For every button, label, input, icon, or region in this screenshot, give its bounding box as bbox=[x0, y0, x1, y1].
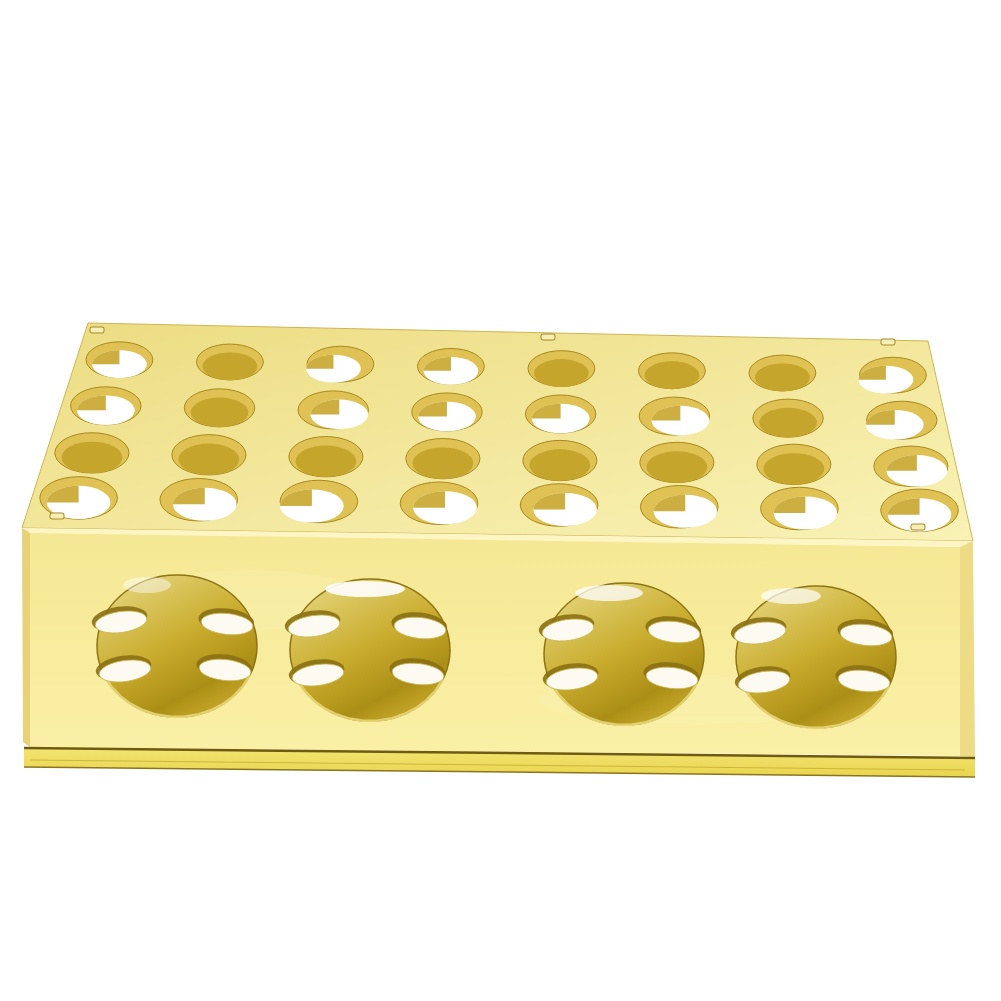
top-hole bbox=[400, 482, 478, 525]
top-hole bbox=[640, 442, 714, 482]
product-photo bbox=[0, 0, 1001, 1001]
top-hole bbox=[520, 484, 598, 526]
top-hole bbox=[761, 487, 839, 530]
top-hole bbox=[749, 355, 816, 391]
top-hole bbox=[280, 480, 358, 523]
top-hole bbox=[71, 387, 141, 425]
corner-mark bbox=[541, 334, 555, 340]
top-hole bbox=[523, 440, 597, 480]
top-hole bbox=[640, 486, 718, 529]
opening-light-glint bbox=[761, 588, 821, 604]
opening-light-glint bbox=[123, 577, 171, 593]
top-hole bbox=[298, 391, 368, 429]
top-hole bbox=[412, 393, 482, 431]
top-hole bbox=[874, 446, 948, 486]
corner-mark bbox=[911, 524, 925, 530]
top-hole bbox=[172, 435, 246, 475]
top-hole bbox=[197, 344, 264, 380]
rack-right-side bbox=[960, 541, 975, 757]
opening-light-glint bbox=[325, 581, 405, 597]
top-hole bbox=[160, 478, 238, 520]
test-tube-rack-photo bbox=[0, 0, 1001, 1001]
corner-mark bbox=[90, 327, 104, 333]
top-hole bbox=[753, 399, 823, 437]
top-hole bbox=[639, 397, 709, 435]
corner-mark bbox=[50, 513, 64, 519]
top-hole bbox=[418, 348, 485, 384]
top-hole bbox=[525, 395, 595, 433]
top-hole bbox=[639, 353, 706, 389]
top-hole bbox=[306, 346, 374, 382]
rack-left-side bbox=[22, 528, 30, 747]
top-hole bbox=[866, 401, 937, 439]
top-hole bbox=[406, 438, 480, 478]
top-hole bbox=[289, 437, 363, 477]
opening-light-glint bbox=[575, 585, 643, 601]
corner-mark bbox=[881, 339, 895, 345]
top-hole bbox=[55, 433, 129, 473]
top-hole bbox=[528, 351, 595, 387]
top-hole bbox=[184, 389, 254, 427]
top-hole bbox=[86, 342, 153, 378]
top-hole bbox=[757, 444, 831, 484]
top-hole bbox=[859, 357, 927, 393]
